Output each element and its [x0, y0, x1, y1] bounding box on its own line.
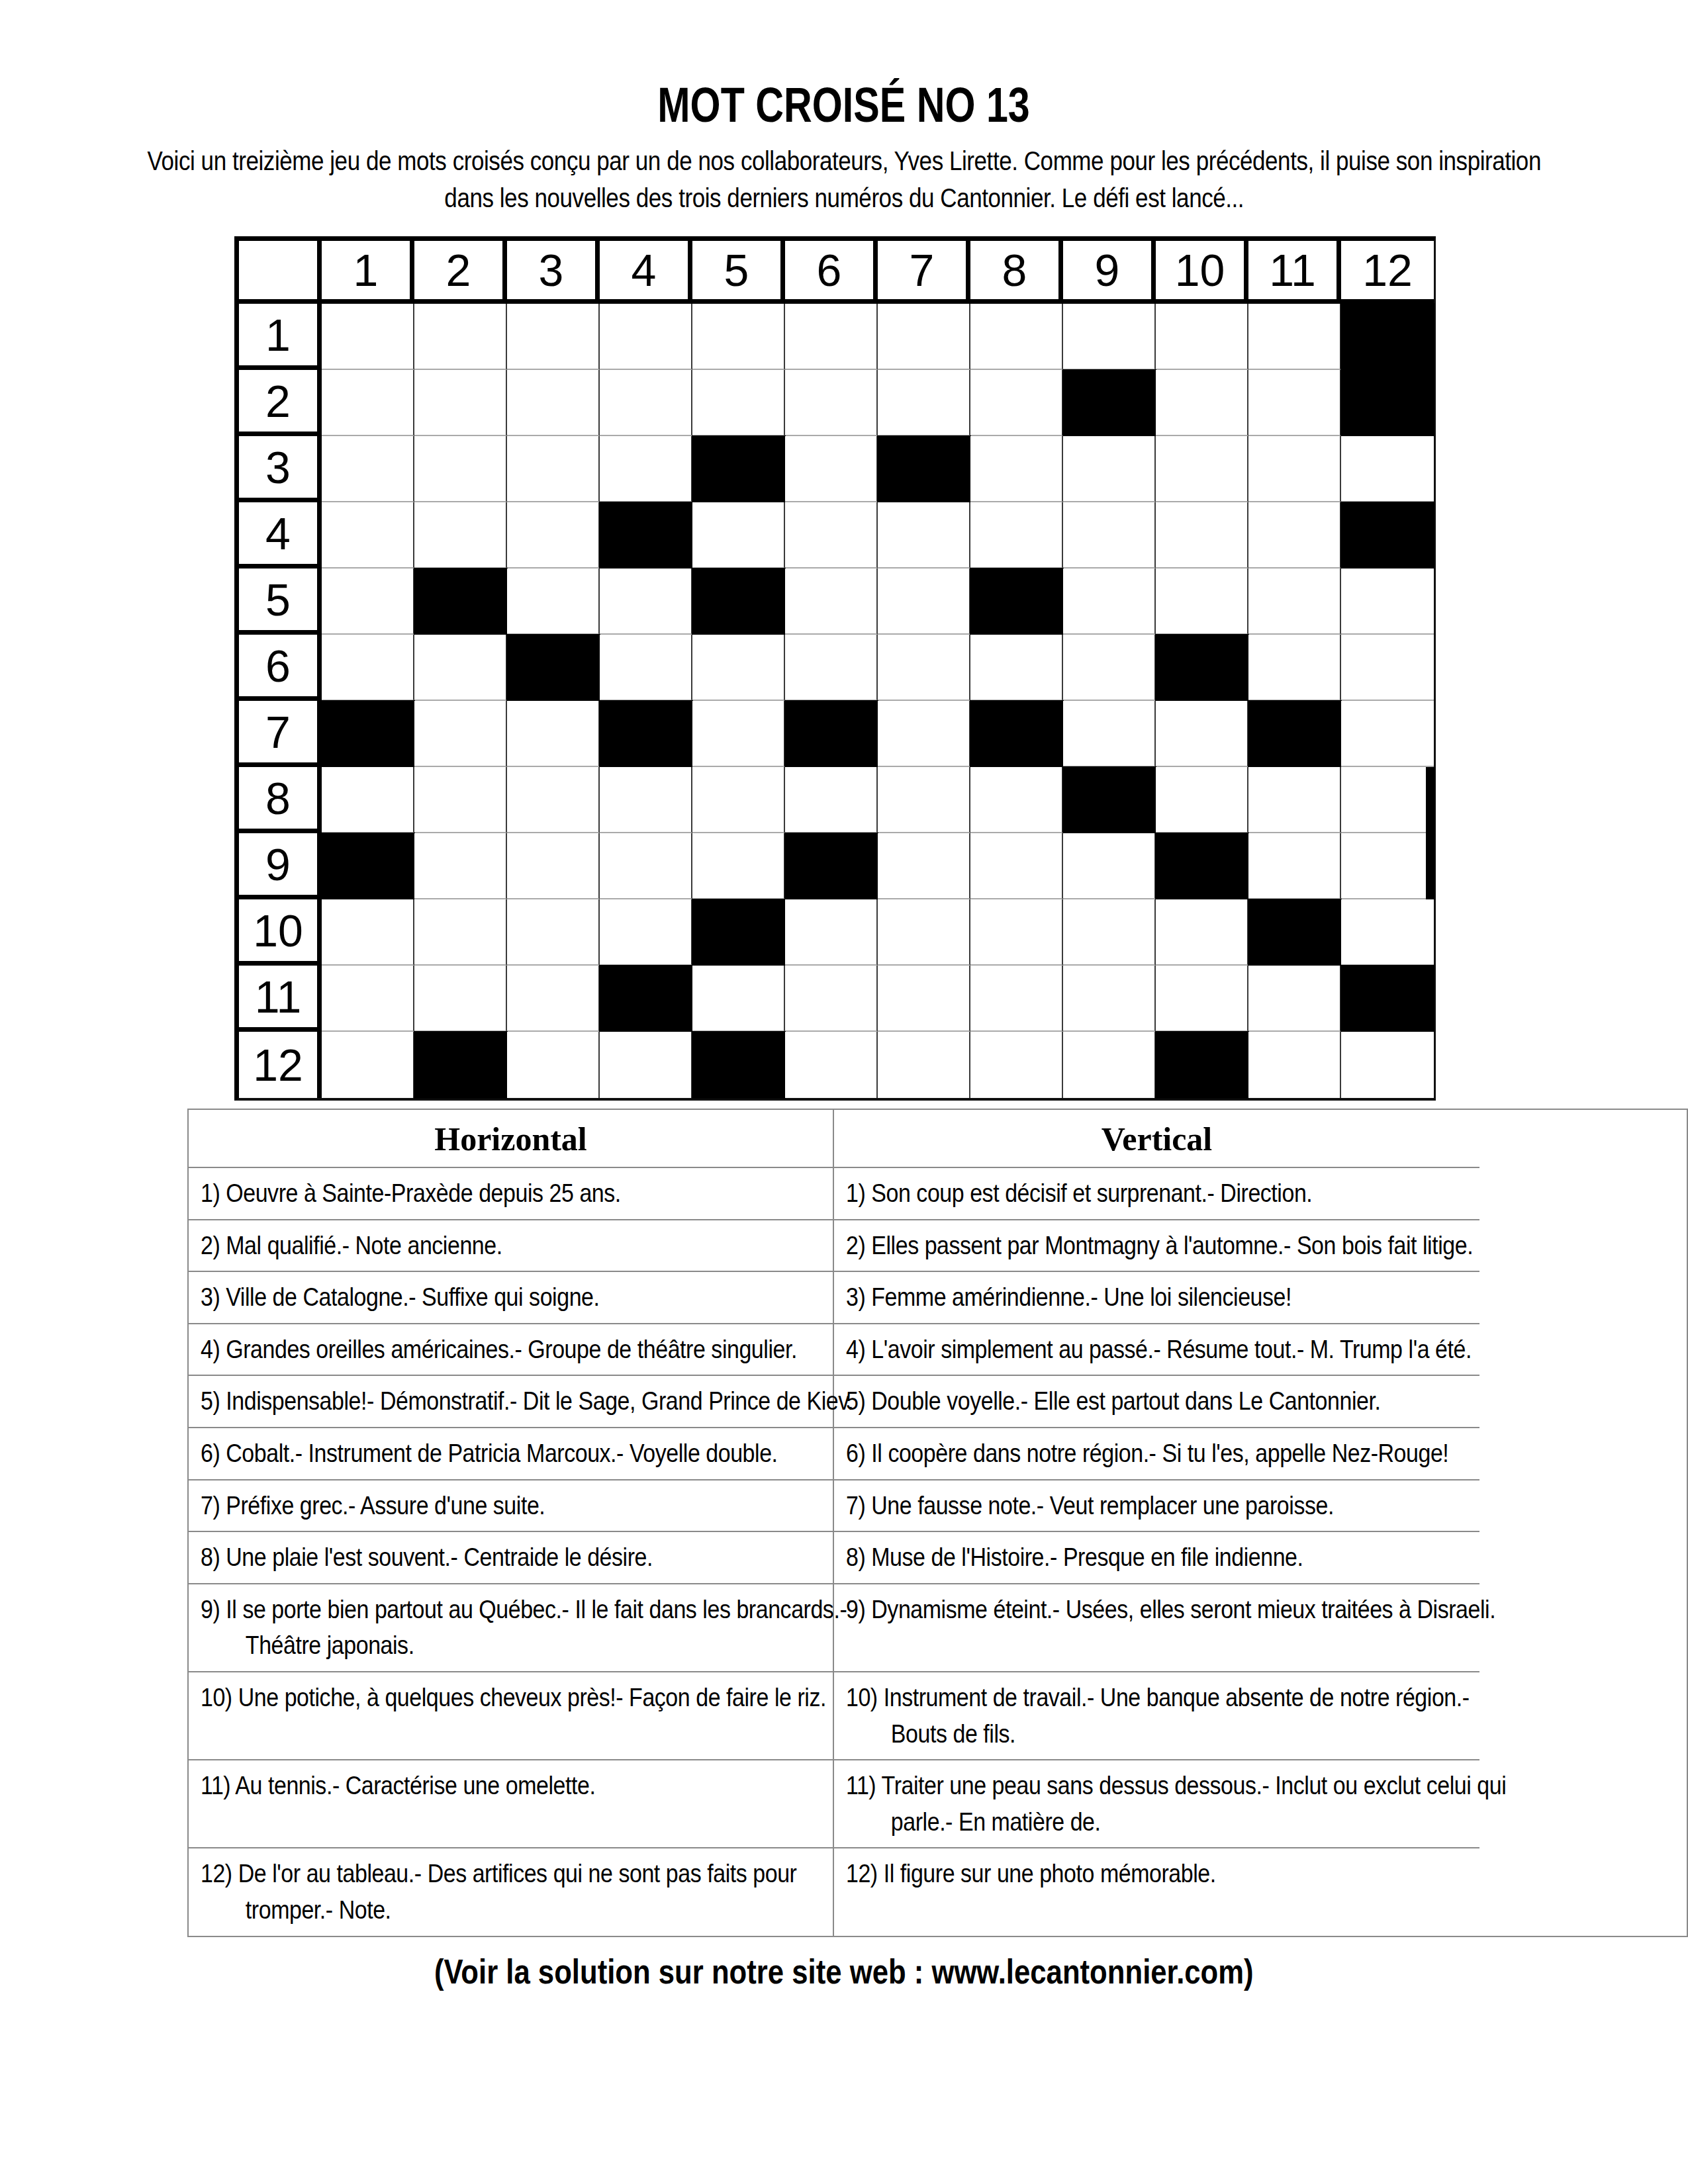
- clue-horizontal-2: 2) Mal qualifié.- Note ancienne.: [189, 1220, 834, 1273]
- row-label-9: 9: [239, 833, 322, 899]
- grid-cell: [1063, 635, 1156, 701]
- black-cell: [785, 701, 878, 767]
- clue-vertical-10: 10) Instrument de travail.- Une banque a…: [834, 1672, 1479, 1760]
- black-cell: [1341, 370, 1434, 436]
- col-label-11: 11: [1248, 241, 1341, 304]
- clue-table: Horizontal Vertical 1) Oeuvre à Sainte-P…: [187, 1109, 1688, 1937]
- grid-cell: [1156, 436, 1248, 502]
- col-label-4: 4: [600, 241, 692, 304]
- row-label-10: 10: [239, 899, 322, 966]
- grid-cell: [507, 701, 600, 767]
- clue-vertical-text-2: 2) Elles passent par Montmagny à l'autom…: [846, 1228, 1515, 1264]
- grid-cell: [785, 767, 878, 833]
- grid-cell: [1248, 833, 1341, 899]
- grid-cell: [322, 767, 414, 833]
- clue-vertical-11: 11) Traiter une peau sans dessus dessous…: [834, 1760, 1479, 1848]
- clue-vertical-text-9: 9) Dynamisme éteint.- Usées, elles seron…: [846, 1592, 1515, 1628]
- clue-horizontal-12: 12) De l'or au tableau.- Des artifices q…: [189, 1848, 834, 1935]
- clue-vertical-text-7: 7) Une fausse note.- Veut remplacer une …: [846, 1488, 1515, 1524]
- black-cell: [692, 899, 785, 966]
- grid-cell: [322, 569, 414, 635]
- clue-horizontal-5: 5) Indispensable!- Démonstratif.- Dit le…: [189, 1376, 834, 1428]
- clue-vertical-text-5: 5) Double voyelle.- Elle est partout dan…: [846, 1383, 1515, 1420]
- clue-horizontal-1: 1) Oeuvre à Sainte-Praxède depuis 25 ans…: [189, 1168, 834, 1220]
- row-label-5: 5: [239, 569, 322, 635]
- grid-cell: [600, 569, 692, 635]
- black-cell: [322, 833, 414, 899]
- black-cell: [600, 701, 692, 767]
- grid-cell: [414, 635, 507, 701]
- clue-vertical-8: 8) Muse de l'Histoire.- Presque en file …: [834, 1532, 1479, 1584]
- grid-cell: [507, 569, 600, 635]
- grid-cell: [878, 635, 970, 701]
- black-cell: [1156, 635, 1248, 701]
- grid-cell: [692, 370, 785, 436]
- clue-horizontal-text-8: 8) Une plaie l'est souvent.- Centraide l…: [201, 1539, 868, 1576]
- grid-cell: [322, 370, 414, 436]
- grid-cell: [785, 502, 878, 569]
- grid-cell: [1248, 436, 1341, 502]
- solution-note: (Voir la solution sur notre site web : w…: [434, 1952, 1254, 1991]
- grid-cell: [414, 767, 507, 833]
- grid-cell: [970, 436, 1063, 502]
- row-label-6: 6: [239, 635, 322, 701]
- grid-corner: [239, 241, 322, 304]
- black-cell: [1341, 502, 1434, 569]
- col-label-9: 9: [1063, 241, 1156, 304]
- grid-cell: [322, 502, 414, 569]
- grid-cell: [692, 966, 785, 1032]
- grid-cell: [1341, 436, 1434, 502]
- grid-cell: [1156, 966, 1248, 1032]
- grid-cell: [1156, 502, 1248, 569]
- clue-vertical-5: 5) Double voyelle.- Elle est partout dan…: [834, 1376, 1479, 1428]
- grid-cell: [1341, 635, 1434, 701]
- grid-cell: [507, 966, 600, 1032]
- grid-cell: [1156, 370, 1248, 436]
- col-label-6: 6: [785, 241, 878, 304]
- grid-cell: [1156, 899, 1248, 966]
- black-cell: [1341, 304, 1434, 370]
- col-label-8: 8: [970, 241, 1063, 304]
- grid-cell: [414, 370, 507, 436]
- clue-horizontal-11: 11) Au tennis.- Caractérise une omelette…: [189, 1760, 834, 1848]
- black-cell: [414, 1032, 507, 1098]
- clue-vertical-text-12: 12) Il figure sur une photo mémorable.: [846, 1856, 1515, 1892]
- grid-cell: [414, 502, 507, 569]
- grid-cell: [600, 833, 692, 899]
- black-cell: [600, 502, 692, 569]
- grid-cell: [1341, 701, 1434, 767]
- grid-cell: [1248, 502, 1341, 569]
- grid-cell: [1063, 966, 1156, 1032]
- grid-cell: [1063, 436, 1156, 502]
- grid-cell: [507, 436, 600, 502]
- black-cell: [1341, 966, 1434, 1032]
- clue-horizontal-text-4: 4) Grandes oreilles américaines.- Groupe…: [201, 1332, 868, 1368]
- clue-horizontal-3: 3) Ville de Catalogne.- Suffixe qui soig…: [189, 1272, 834, 1324]
- clue-horizontal-4: 4) Grandes oreilles américaines.- Groupe…: [189, 1324, 834, 1377]
- grid-cell: [322, 635, 414, 701]
- footer-row: (Voir la solution sur notre site web : w…: [0, 1952, 1688, 1991]
- grid-cell: [1063, 833, 1156, 899]
- grid-cell: [1248, 635, 1341, 701]
- puzzle-title: MOT CROISÉ NO 13: [658, 77, 1030, 133]
- grid-cell: [1341, 767, 1434, 833]
- horizontal-header: Horizontal: [189, 1110, 834, 1168]
- grid-cell: [1156, 767, 1248, 833]
- col-label-7: 7: [878, 241, 970, 304]
- grid-cell: [507, 304, 600, 370]
- row-label-2: 2: [239, 370, 322, 436]
- clue-vertical-text-11: 11) Traiter une peau sans dessus dessous…: [846, 1768, 1515, 1840]
- grid-cell: [600, 767, 692, 833]
- grid-cell: [1156, 701, 1248, 767]
- row-label-3: 3: [239, 436, 322, 502]
- clue-vertical-text-10: 10) Instrument de travail.- Une banque a…: [846, 1680, 1515, 1752]
- grid-cell: [970, 833, 1063, 899]
- grid-cell: [600, 304, 692, 370]
- grid-cell: [414, 833, 507, 899]
- black-cell: [414, 569, 507, 635]
- clue-horizontal-text-9: 9) Il se porte bien partout au Québec.- …: [201, 1592, 868, 1664]
- grid-cell: [507, 502, 600, 569]
- clue-horizontal-text-2: 2) Mal qualifié.- Note ancienne.: [201, 1228, 868, 1264]
- grid-cell: [970, 1032, 1063, 1098]
- grid-cell: [785, 569, 878, 635]
- grid-cell: [1156, 569, 1248, 635]
- grid-cell: [785, 370, 878, 436]
- black-cell: [1156, 833, 1248, 899]
- col-label-3: 3: [507, 241, 600, 304]
- clue-vertical-12: 12) Il figure sur une photo mémorable.: [834, 1848, 1479, 1935]
- grid-cell: [692, 767, 785, 833]
- row-label-11: 11: [239, 966, 322, 1032]
- grid-cell: [1063, 899, 1156, 966]
- clue-vertical-6: 6) Il coopère dans notre région.- Si tu …: [834, 1428, 1479, 1480]
- grid-cell: [322, 899, 414, 966]
- grid-cell: [692, 304, 785, 370]
- clue-vertical-1: 1) Son coup est décisif et surprenant.- …: [834, 1168, 1479, 1220]
- clue-horizontal-text-7: 7) Préfixe grec.- Assure d'une suite.: [201, 1488, 868, 1524]
- clue-vertical-text-4: 4) L'avoir simplement au passé.- Résume …: [846, 1332, 1515, 1368]
- page: MOT CROISÉ NO 13 Voici un treizième jeu …: [0, 0, 1688, 2184]
- col-label-5: 5: [692, 241, 785, 304]
- grid-cell: [878, 833, 970, 899]
- black-cell: [1063, 370, 1156, 436]
- grid-cell: [600, 899, 692, 966]
- grid-cell: [322, 304, 414, 370]
- grid-cell: [692, 701, 785, 767]
- grid-cell: [970, 304, 1063, 370]
- grid-cell: [878, 370, 970, 436]
- grid-cell: [1341, 899, 1434, 966]
- crossword-grid: 123456789101112123456789101112: [234, 236, 1436, 1101]
- grid-cell: [507, 370, 600, 436]
- clue-horizontal-9: 9) Il se porte bien partout au Québec.- …: [189, 1584, 834, 1672]
- vertical-header: Vertical: [834, 1110, 1479, 1168]
- grid-cell: [1063, 701, 1156, 767]
- grid-cell: [1063, 502, 1156, 569]
- grid-cell: [1341, 1032, 1434, 1098]
- grid-cell: [414, 899, 507, 966]
- puzzle-intro: Voici un treizième jeu de mots croisés c…: [132, 142, 1557, 216]
- grid-cell: [970, 767, 1063, 833]
- grid-cell: [785, 436, 878, 502]
- grid-cell: [1248, 1032, 1341, 1098]
- grid-cell: [1248, 966, 1341, 1032]
- grid-cell: [1063, 304, 1156, 370]
- grid-cell: [878, 502, 970, 569]
- clue-horizontal-8: 8) Une plaie l'est souvent.- Centraide l…: [189, 1532, 834, 1584]
- black-cell: [1156, 1032, 1248, 1098]
- clue-horizontal-text-6: 6) Cobalt.- Instrument de Patricia Marco…: [201, 1435, 868, 1472]
- grid-cell: [1156, 304, 1248, 370]
- black-cell: [692, 1032, 785, 1098]
- clue-vertical-3: 3) Femme amérindienne.- Une loi silencie…: [834, 1272, 1479, 1324]
- clue-horizontal-text-10: 10) Une potiche, à quelques cheveux près…: [201, 1680, 868, 1716]
- black-cell: [785, 833, 878, 899]
- grid-cell: [507, 767, 600, 833]
- black-cell: [970, 701, 1063, 767]
- grid-cell: [970, 370, 1063, 436]
- black-cell: [1063, 767, 1156, 833]
- col-label-1: 1: [322, 241, 414, 304]
- clue-vertical-2: 2) Elles passent par Montmagny à l'autom…: [834, 1220, 1479, 1273]
- title-row: MOT CROISÉ NO 13: [0, 0, 1688, 133]
- col-label-12: 12: [1341, 241, 1434, 304]
- clue-horizontal-6: 6) Cobalt.- Instrument de Patricia Marco…: [189, 1428, 834, 1480]
- clue-horizontal-7: 7) Préfixe grec.- Assure d'une suite.: [189, 1480, 834, 1533]
- clue-horizontal-text-11: 11) Au tennis.- Caractérise une omelette…: [201, 1768, 868, 1804]
- crossword-grid-wrapper: 123456789101112123456789101112: [234, 236, 1436, 1101]
- clue-vertical-text-3: 3) Femme amérindienne.- Une loi silencie…: [846, 1279, 1515, 1316]
- print-artifact-bar: [1426, 767, 1435, 899]
- grid-cell: [878, 767, 970, 833]
- grid-cell: [1341, 833, 1434, 899]
- clue-vertical-4: 4) L'avoir simplement au passé.- Résume …: [834, 1324, 1479, 1377]
- row-label-1: 1: [239, 304, 322, 370]
- grid-cell: [970, 899, 1063, 966]
- clue-horizontal-text-1: 1) Oeuvre à Sainte-Praxède depuis 25 ans…: [201, 1175, 868, 1212]
- grid-cell: [600, 436, 692, 502]
- grid-cell: [1063, 569, 1156, 635]
- grid-cell: [600, 635, 692, 701]
- grid-cell: [1248, 304, 1341, 370]
- grid-cell: [692, 635, 785, 701]
- grid-cell: [785, 304, 878, 370]
- grid-cell: [600, 370, 692, 436]
- grid-cell: [507, 833, 600, 899]
- black-cell: [507, 635, 600, 701]
- grid-cell: [692, 502, 785, 569]
- grid-cell: [507, 1032, 600, 1098]
- clue-horizontal-text-3: 3) Ville de Catalogne.- Suffixe qui soig…: [201, 1279, 868, 1316]
- clue-horizontal-10: 10) Une potiche, à quelques cheveux près…: [189, 1672, 834, 1760]
- grid-cell: [1248, 370, 1341, 436]
- clue-vertical-7: 7) Une fausse note.- Veut remplacer une …: [834, 1480, 1479, 1533]
- grid-cell: [507, 899, 600, 966]
- clue-vertical-text-8: 8) Muse de l'Histoire.- Presque en file …: [846, 1539, 1515, 1576]
- black-cell: [322, 701, 414, 767]
- grid-cell: [322, 966, 414, 1032]
- clue-horizontal-text-5: 5) Indispensable!- Démonstratif.- Dit le…: [201, 1383, 868, 1420]
- col-label-2: 2: [414, 241, 507, 304]
- grid-cell: [414, 304, 507, 370]
- row-label-7: 7: [239, 701, 322, 767]
- grid-cell: [322, 1032, 414, 1098]
- grid-cell: [414, 436, 507, 502]
- black-cell: [878, 436, 970, 502]
- grid-cell: [970, 966, 1063, 1032]
- black-cell: [692, 569, 785, 635]
- intro-row: Voici un treizième jeu de mots croisés c…: [0, 142, 1688, 216]
- grid-cell: [1063, 1032, 1156, 1098]
- row-label-8: 8: [239, 767, 322, 833]
- row-label-12: 12: [239, 1032, 322, 1098]
- clue-vertical-9: 9) Dynamisme éteint.- Usées, elles seron…: [834, 1584, 1479, 1672]
- grid-cell: [970, 502, 1063, 569]
- clue-vertical-text-1: 1) Son coup est décisif et surprenant.- …: [846, 1175, 1515, 1212]
- col-label-10: 10: [1156, 241, 1248, 304]
- grid-cell: [1248, 767, 1341, 833]
- black-cell: [692, 436, 785, 502]
- grid-cell: [414, 701, 507, 767]
- grid-cell: [878, 899, 970, 966]
- grid-cell: [785, 899, 878, 966]
- black-cell: [1248, 701, 1341, 767]
- grid-cell: [878, 569, 970, 635]
- grid-cell: [785, 635, 878, 701]
- grid-cell: [970, 635, 1063, 701]
- grid-cell: [878, 701, 970, 767]
- grid-cell: [878, 966, 970, 1032]
- grid-cell: [878, 304, 970, 370]
- grid-cell: [322, 436, 414, 502]
- grid-cell: [785, 1032, 878, 1098]
- black-cell: [970, 569, 1063, 635]
- clue-horizontal-text-12: 12) De l'or au tableau.- Des artifices q…: [201, 1856, 868, 1928]
- clue-vertical-text-6: 6) Il coopère dans notre région.- Si tu …: [846, 1435, 1515, 1472]
- grid-cell: [692, 833, 785, 899]
- black-cell: [1248, 899, 1341, 966]
- grid-cell: [785, 966, 878, 1032]
- black-cell: [600, 966, 692, 1032]
- grid-cell: [1248, 569, 1341, 635]
- grid-cell: [1341, 569, 1434, 635]
- grid-cell: [414, 966, 507, 1032]
- grid-cell: [600, 1032, 692, 1098]
- row-label-4: 4: [239, 502, 322, 569]
- grid-cell: [878, 1032, 970, 1098]
